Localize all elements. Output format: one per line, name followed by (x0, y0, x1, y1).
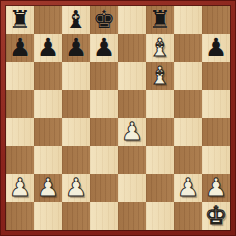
square-f6[interactable]: ♝ (146, 62, 174, 90)
square-e2[interactable] (118, 174, 146, 202)
square-b8[interactable] (34, 6, 62, 34)
square-c2[interactable]: ♟ (62, 174, 90, 202)
square-h1[interactable]: ♚ (202, 202, 230, 230)
square-f8[interactable]: ♜ (146, 6, 174, 34)
square-b7[interactable]: ♟ (34, 34, 62, 62)
chess-board-frame: ♜♝♚♜♟♟♟♟♝♟♝♟♟♟♟♟♟♚ (0, 0, 236, 236)
chess-board: ♜♝♚♜♟♟♟♟♝♟♝♟♟♟♟♟♟♚ (6, 6, 230, 230)
square-e4[interactable]: ♟ (118, 118, 146, 146)
square-b2[interactable]: ♟ (34, 174, 62, 202)
square-h6[interactable] (202, 62, 230, 90)
black-rook[interactable]: ♜ (149, 7, 171, 32)
white-pawn[interactable]: ♟ (65, 175, 87, 200)
square-h7[interactable]: ♟ (202, 34, 230, 62)
black-pawn[interactable]: ♟ (93, 35, 115, 60)
square-d6[interactable] (90, 62, 118, 90)
square-d7[interactable]: ♟ (90, 34, 118, 62)
square-g5[interactable] (174, 90, 202, 118)
square-d1[interactable] (90, 202, 118, 230)
square-a2[interactable]: ♟ (6, 174, 34, 202)
square-e6[interactable] (118, 62, 146, 90)
square-h4[interactable] (202, 118, 230, 146)
black-pawn[interactable]: ♟ (9, 35, 31, 60)
square-a5[interactable] (6, 90, 34, 118)
square-h2[interactable]: ♟ (202, 174, 230, 202)
black-rook[interactable]: ♜ (9, 7, 31, 32)
square-e5[interactable] (118, 90, 146, 118)
square-c8[interactable]: ♝ (62, 6, 90, 34)
black-pawn[interactable]: ♟ (37, 35, 59, 60)
square-g3[interactable] (174, 146, 202, 174)
square-a8[interactable]: ♜ (6, 6, 34, 34)
white-king[interactable]: ♚ (205, 203, 227, 228)
white-pawn[interactable]: ♟ (177, 175, 199, 200)
square-e8[interactable] (118, 6, 146, 34)
square-g6[interactable] (174, 62, 202, 90)
square-g2[interactable]: ♟ (174, 174, 202, 202)
square-f4[interactable] (146, 118, 174, 146)
white-pawn[interactable]: ♟ (9, 175, 31, 200)
square-e3[interactable] (118, 146, 146, 174)
square-a1[interactable] (6, 202, 34, 230)
square-b4[interactable] (34, 118, 62, 146)
square-b6[interactable] (34, 62, 62, 90)
square-d4[interactable] (90, 118, 118, 146)
square-c5[interactable] (62, 90, 90, 118)
square-b3[interactable] (34, 146, 62, 174)
square-e7[interactable] (118, 34, 146, 62)
square-d8[interactable]: ♚ (90, 6, 118, 34)
square-g8[interactable] (174, 6, 202, 34)
white-pawn[interactable]: ♟ (37, 175, 59, 200)
square-f2[interactable] (146, 174, 174, 202)
square-e1[interactable] (118, 202, 146, 230)
square-a3[interactable] (6, 146, 34, 174)
black-pawn[interactable]: ♟ (205, 35, 227, 60)
white-bishop[interactable]: ♝ (149, 35, 171, 60)
square-c6[interactable] (62, 62, 90, 90)
square-a4[interactable] (6, 118, 34, 146)
square-a7[interactable]: ♟ (6, 34, 34, 62)
square-d2[interactable] (90, 174, 118, 202)
white-pawn[interactable]: ♟ (121, 119, 143, 144)
square-b1[interactable] (34, 202, 62, 230)
white-pawn[interactable]: ♟ (205, 175, 227, 200)
black-bishop[interactable]: ♝ (65, 7, 87, 32)
square-h8[interactable] (202, 6, 230, 34)
square-d5[interactable] (90, 90, 118, 118)
black-pawn[interactable]: ♟ (65, 35, 87, 60)
square-g4[interactable] (174, 118, 202, 146)
white-bishop[interactable]: ♝ (149, 63, 171, 88)
square-d3[interactable] (90, 146, 118, 174)
black-king[interactable]: ♚ (93, 7, 115, 32)
square-h3[interactable] (202, 146, 230, 174)
square-h5[interactable] (202, 90, 230, 118)
square-g7[interactable] (174, 34, 202, 62)
square-c3[interactable] (62, 146, 90, 174)
square-c4[interactable] (62, 118, 90, 146)
square-f5[interactable] (146, 90, 174, 118)
square-b5[interactable] (34, 90, 62, 118)
square-g1[interactable] (174, 202, 202, 230)
square-c1[interactable] (62, 202, 90, 230)
square-f1[interactable] (146, 202, 174, 230)
square-c7[interactable]: ♟ (62, 34, 90, 62)
square-a6[interactable] (6, 62, 34, 90)
square-f7[interactable]: ♝ (146, 34, 174, 62)
square-f3[interactable] (146, 146, 174, 174)
